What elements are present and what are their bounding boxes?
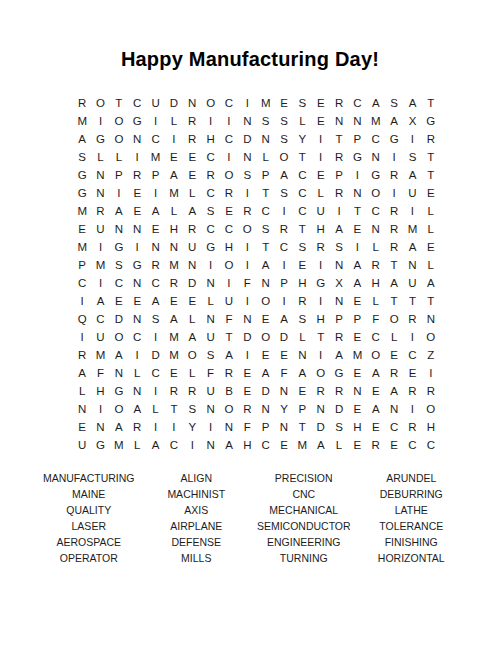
grid-cell: C xyxy=(293,184,311,202)
grid-cell: E xyxy=(238,382,256,400)
word-item: AIRPLANE xyxy=(143,518,251,534)
grid-cell: U xyxy=(183,238,201,256)
grid-cell: G xyxy=(110,382,128,400)
grid-cell: A xyxy=(110,202,128,220)
grid-cell: C xyxy=(422,436,440,454)
grid-cell: H xyxy=(312,220,330,238)
grid-cell: A xyxy=(110,418,128,436)
grid-cell: I xyxy=(312,148,330,166)
grid-cell: E xyxy=(275,436,293,454)
grid-cell: E xyxy=(348,436,366,454)
grid-cell: S xyxy=(403,148,421,166)
grid-cell: G xyxy=(330,364,348,382)
grid-cell: N xyxy=(330,256,348,274)
grid-cell: F xyxy=(275,364,293,382)
grid-cell: O xyxy=(183,346,201,364)
grid-cell: H xyxy=(422,418,440,436)
grid-cell: M xyxy=(293,436,311,454)
grid-cell: O xyxy=(91,94,109,112)
grid-cell: A xyxy=(128,400,146,418)
grid-cell: H xyxy=(220,238,238,256)
grid-cell: N xyxy=(238,310,256,328)
grid-cell: D xyxy=(165,94,183,112)
grid-cell: I xyxy=(91,400,109,418)
grid-cell: O xyxy=(312,364,330,382)
grid-cell: H xyxy=(293,274,311,292)
grid-cell: N xyxy=(403,256,421,274)
grid-cell: C xyxy=(201,148,219,166)
grid-cell: N xyxy=(385,400,403,418)
grid-cell: S xyxy=(293,238,311,256)
grid-cell: C xyxy=(165,436,183,454)
grid-cell: L xyxy=(367,292,385,310)
grid-cell: O xyxy=(275,148,293,166)
grid-cell: A xyxy=(403,238,421,256)
grid-cell: N xyxy=(201,274,219,292)
grid-cell: P xyxy=(275,274,293,292)
grid-cell: U xyxy=(201,382,219,400)
grid-cell: E xyxy=(146,220,164,238)
grid-cell: I xyxy=(146,418,164,436)
grid-cell: N xyxy=(146,238,164,256)
grid-cell: X xyxy=(403,112,421,130)
grid-cell: M xyxy=(165,184,183,202)
grid-cell: O xyxy=(110,400,128,418)
grid-cell: I xyxy=(348,166,366,184)
grid-cell: G xyxy=(128,256,146,274)
grid-cell: G xyxy=(312,274,330,292)
grid-cell: E xyxy=(183,292,201,310)
grid-cell: N xyxy=(128,130,146,148)
grid-cell: N xyxy=(91,184,109,202)
grid-cell: F xyxy=(238,418,256,436)
grid-cell: M xyxy=(146,148,164,166)
grid-cell: I xyxy=(146,382,164,400)
grid-cell: H xyxy=(367,274,385,292)
grid-cell: G xyxy=(73,166,91,184)
grid-cell: T xyxy=(312,328,330,346)
grid-cell: I xyxy=(91,238,109,256)
grid-cell: E xyxy=(367,418,385,436)
grid-cell: R xyxy=(91,202,109,220)
grid-cell: N xyxy=(422,310,440,328)
grid-cell: A xyxy=(385,274,403,292)
grid-cell: I xyxy=(128,148,146,166)
grid-cell: D xyxy=(146,346,164,364)
word-item: MANUFACTURING xyxy=(35,470,143,486)
grid-cell: I xyxy=(312,292,330,310)
grid-cell: I xyxy=(220,148,238,166)
grid-cell: L xyxy=(385,328,403,346)
grid-cell: T xyxy=(220,328,238,346)
grid-cell: R xyxy=(403,310,421,328)
grid-cell: E xyxy=(367,382,385,400)
word-item: FINISHING xyxy=(358,534,466,550)
grid-cell: C xyxy=(367,202,385,220)
grid-cell: E xyxy=(348,328,366,346)
grid-cell: L xyxy=(165,112,183,130)
grid-cell: C xyxy=(110,274,128,292)
grid-cell: L xyxy=(91,148,109,166)
word-list: MANUFACTURINGMAINEQUALITYLASERAEROSPACEO… xyxy=(35,470,465,566)
grid-cell: I xyxy=(403,202,421,220)
grid-cell: C xyxy=(293,166,311,184)
grid-cell: O xyxy=(110,112,128,130)
grid-cell: M xyxy=(91,346,109,364)
grid-cell: A xyxy=(330,346,348,364)
grid-cell: M xyxy=(165,256,183,274)
grid-cell: I xyxy=(312,256,330,274)
grid-cell: I xyxy=(183,436,201,454)
grid-cell: C xyxy=(73,274,91,292)
grid-cell: L xyxy=(183,184,201,202)
grid-cell: E xyxy=(385,436,403,454)
word-item: DEFENSE xyxy=(143,534,251,550)
grid-cell: N xyxy=(201,400,219,418)
grid-cell: U xyxy=(91,328,109,346)
grid-cell: C xyxy=(146,364,164,382)
grid-cell: E xyxy=(128,292,146,310)
grid-cell: D xyxy=(110,310,128,328)
word-list-column-2: ALIGNMACHINISTAXISAIRPLANEDEFENSEMILLS xyxy=(143,470,251,566)
grid-cell: R xyxy=(330,328,348,346)
grid-cell: I xyxy=(422,364,440,382)
grid-cell: N xyxy=(220,418,238,436)
grid-cell: E xyxy=(183,166,201,184)
word-item: ARUNDEL xyxy=(358,470,466,486)
grid-cell: E xyxy=(183,148,201,166)
grid-cell: O xyxy=(385,310,403,328)
grid-cell: L xyxy=(330,436,348,454)
grid-cell: N xyxy=(165,238,183,256)
word-item: MILLS xyxy=(143,550,251,566)
grid-cell: E xyxy=(312,112,330,130)
grid-cell: G xyxy=(91,436,109,454)
grid-cell: I xyxy=(312,130,330,148)
grid-cell: C xyxy=(257,436,275,454)
grid-cell: C xyxy=(385,418,403,436)
grid-cell: E xyxy=(257,346,275,364)
grid-cell: R xyxy=(385,166,403,184)
grid-cell: S xyxy=(385,94,403,112)
grid-cell: N xyxy=(367,220,385,238)
grid-cell: I xyxy=(128,238,146,256)
grid-cell: S xyxy=(330,418,348,436)
grid-cell: M xyxy=(403,220,421,238)
grid-cell: I xyxy=(73,292,91,310)
grid-cell: O xyxy=(201,94,219,112)
grid-cell: N xyxy=(348,382,366,400)
grid-cell: I xyxy=(275,202,293,220)
grid-cell: N xyxy=(238,112,256,130)
grid-cell: R xyxy=(183,112,201,130)
grid-cell: L xyxy=(165,202,183,220)
grid-cell: A xyxy=(183,328,201,346)
grid-cell: T xyxy=(293,148,311,166)
grid-cell: S xyxy=(201,346,219,364)
grid-cell: T xyxy=(422,94,440,112)
grid-cell: I xyxy=(238,292,256,310)
grid-cell: N xyxy=(91,418,109,436)
grid-cell: O xyxy=(110,328,128,346)
grid-cell: I xyxy=(146,112,164,130)
grid-cell: R xyxy=(73,94,91,112)
grid-cell: C xyxy=(220,220,238,238)
grid-cell: S xyxy=(257,112,275,130)
grid-cell: A xyxy=(385,112,403,130)
grid-cell: P xyxy=(330,310,348,328)
grid-cell: A xyxy=(165,310,183,328)
grid-cell: L xyxy=(201,292,219,310)
grid-cell: E xyxy=(275,94,293,112)
grid-cell: E xyxy=(220,202,238,220)
grid-cell: I xyxy=(403,130,421,148)
word-item: PRECISION xyxy=(250,470,358,486)
grid-cell: C xyxy=(367,328,385,346)
grid-cell: R xyxy=(403,382,421,400)
grid-cell: O xyxy=(220,400,238,418)
grid-cell: S xyxy=(275,130,293,148)
grid-cell: I xyxy=(238,256,256,274)
grid-cell: L xyxy=(367,238,385,256)
grid-cell: R xyxy=(330,148,348,166)
grid-cell: F xyxy=(201,364,219,382)
word-item: HORIZONTAL xyxy=(358,550,466,566)
word-search-grid: ROTCUDNOCIMESERCASATMIOGILRIINSSLENNMAXG… xyxy=(73,94,440,454)
grid-cell: C xyxy=(128,328,146,346)
grid-cell: M xyxy=(257,94,275,112)
grid-cell: H xyxy=(348,418,366,436)
grid-cell: I xyxy=(275,292,293,310)
grid-cell: I xyxy=(201,112,219,130)
grid-cell: C xyxy=(348,94,366,112)
grid-cell: P xyxy=(257,166,275,184)
grid-cell: A xyxy=(257,364,275,382)
grid-cell: E xyxy=(293,382,311,400)
grid-cell: D xyxy=(257,382,275,400)
grid-cell: Y xyxy=(275,400,293,418)
grid-cell: A xyxy=(275,310,293,328)
grid-cell: P xyxy=(257,418,275,436)
grid-cell: I xyxy=(220,112,238,130)
word-list-column-3: PRECISIONCNCMECHANICALSEMICONDUCTORENGIN… xyxy=(250,470,358,566)
grid-cell: T xyxy=(422,148,440,166)
grid-cell: R xyxy=(403,418,421,436)
grid-cell: E xyxy=(312,94,330,112)
grid-cell: A xyxy=(165,166,183,184)
grid-cell: P xyxy=(330,166,348,184)
word-item: TOLERANCE xyxy=(358,518,466,534)
grid-cell: L xyxy=(128,364,146,382)
word-item: AEROSPACE xyxy=(35,534,143,550)
grid-cell: L xyxy=(146,400,164,418)
grid-cell: R xyxy=(367,256,385,274)
grid-cell: E xyxy=(73,220,91,238)
grid-cell: A xyxy=(348,274,366,292)
grid-cell: R xyxy=(330,382,348,400)
grid-cell: N xyxy=(128,274,146,292)
grid-cell: L xyxy=(73,382,91,400)
grid-cell: N xyxy=(128,220,146,238)
grid-cell: C xyxy=(220,130,238,148)
grid-cell: D xyxy=(312,418,330,436)
grid-cell: U xyxy=(312,202,330,220)
grid-cell: C xyxy=(367,130,385,148)
grid-cell: R xyxy=(422,130,440,148)
grid-cell: T xyxy=(257,184,275,202)
grid-cell: R xyxy=(183,220,201,238)
grid-cell: N xyxy=(73,400,91,418)
worksheet-page: Happy Manufacturing Day! ROTCUDNOCIMESER… xyxy=(0,0,500,647)
grid-cell: R xyxy=(238,400,256,418)
grid-cell: P xyxy=(110,166,128,184)
grid-cell: S xyxy=(110,256,128,274)
grid-cell: E xyxy=(385,346,403,364)
grid-cell: A xyxy=(293,364,311,382)
grid-cell: F xyxy=(367,310,385,328)
grid-cell: C xyxy=(91,310,109,328)
grid-cell: E xyxy=(257,310,275,328)
word-item: SEMICONDUCTOR xyxy=(250,518,358,534)
grid-cell: R xyxy=(385,364,403,382)
grid-cell: R xyxy=(201,166,219,184)
word-item: AXIS xyxy=(143,502,251,518)
grid-cell: H xyxy=(201,130,219,148)
puzzle-title: Happy Manufacturing Day! xyxy=(0,48,500,71)
grid-cell: I xyxy=(348,238,366,256)
grid-cell: I xyxy=(403,400,421,418)
grid-cell: R xyxy=(385,238,403,256)
grid-cell: R xyxy=(183,382,201,400)
grid-cell: O xyxy=(220,256,238,274)
grid-cell: I xyxy=(165,418,183,436)
grid-cell: C xyxy=(403,346,421,364)
grid-cell: R xyxy=(183,130,201,148)
grid-cell: I xyxy=(312,346,330,364)
grid-cell: O xyxy=(110,130,128,148)
grid-cell: T xyxy=(403,292,421,310)
grid-cell: E xyxy=(293,256,311,274)
grid-cell: L xyxy=(293,328,311,346)
grid-cell: N xyxy=(91,166,109,184)
grid-cell: A xyxy=(183,202,201,220)
grid-cell: T xyxy=(257,238,275,256)
grid-cell: A xyxy=(257,256,275,274)
grid-cell: A xyxy=(367,400,385,418)
grid-cell: G xyxy=(385,130,403,148)
grid-cell: L xyxy=(422,256,440,274)
grid-cell: R xyxy=(367,436,385,454)
grid-cell: M xyxy=(165,346,183,364)
grid-cell: C xyxy=(146,274,164,292)
grid-cell: R xyxy=(73,346,91,364)
grid-cell: S xyxy=(293,94,311,112)
grid-cell: N xyxy=(201,310,219,328)
grid-cell: B xyxy=(220,382,238,400)
grid-cell: T xyxy=(330,130,348,148)
grid-cell: N xyxy=(128,310,146,328)
grid-cell: L xyxy=(128,436,146,454)
grid-cell: P xyxy=(348,130,366,148)
grid-cell: I xyxy=(146,184,164,202)
word-item: CNC xyxy=(250,486,358,502)
grid-cell: E xyxy=(312,166,330,184)
grid-cell: P xyxy=(146,166,164,184)
word-item: MACHINIST xyxy=(143,486,251,502)
grid-cell: E xyxy=(348,400,366,418)
grid-cell: L xyxy=(422,220,440,238)
grid-cell: I xyxy=(110,184,128,202)
grid-cell: N xyxy=(367,148,385,166)
grid-cell: N xyxy=(312,400,330,418)
word-item: TURNING xyxy=(250,550,358,566)
grid-cell: T xyxy=(293,220,311,238)
grid-cell: R xyxy=(128,166,146,184)
grid-cell: E xyxy=(165,364,183,382)
grid-cell: I xyxy=(385,148,403,166)
grid-cell: T xyxy=(165,400,183,418)
grid-cell: M xyxy=(73,112,91,130)
grid-cell: N xyxy=(238,148,256,166)
word-item: ALIGN xyxy=(143,470,251,486)
grid-cell: I xyxy=(73,328,91,346)
grid-cell: A xyxy=(275,166,293,184)
grid-cell: R xyxy=(330,94,348,112)
grid-cell: R xyxy=(165,382,183,400)
grid-cell: G xyxy=(367,166,385,184)
grid-cell: E xyxy=(403,364,421,382)
grid-cell: R xyxy=(238,202,256,220)
grid-cell: F xyxy=(91,364,109,382)
grid-cell: U xyxy=(403,274,421,292)
grid-cell: S xyxy=(330,238,348,256)
grid-cell: S xyxy=(293,310,311,328)
grid-cell: F xyxy=(220,310,238,328)
grid-cell: C xyxy=(128,94,146,112)
grid-cell: D xyxy=(330,400,348,418)
grid-cell: M xyxy=(348,346,366,364)
grid-cell: T xyxy=(110,94,128,112)
grid-cell: A xyxy=(403,166,421,184)
word-item: LATHE xyxy=(358,502,466,518)
grid-cell: N xyxy=(293,346,311,364)
grid-cell: N xyxy=(110,364,128,382)
grid-cell: A xyxy=(73,130,91,148)
grid-cell: L xyxy=(183,364,201,382)
grid-cell: N xyxy=(330,112,348,130)
grid-cell: I xyxy=(238,184,256,202)
word-list-column-1: MANUFACTURINGMAINEQUALITYLASERAEROSPACEO… xyxy=(35,470,143,566)
grid-cell: O xyxy=(422,328,440,346)
grid-cell: O xyxy=(422,400,440,418)
grid-cell: R xyxy=(220,364,238,382)
grid-cell: I xyxy=(91,112,109,130)
grid-cell: E xyxy=(165,292,183,310)
grid-cell: L xyxy=(422,202,440,220)
grid-cell: I xyxy=(385,184,403,202)
grid-cell: H xyxy=(238,436,256,454)
grid-cell: P xyxy=(348,310,366,328)
grid-cell: G xyxy=(348,148,366,166)
grid-cell: M xyxy=(91,256,109,274)
grid-cell: S xyxy=(257,220,275,238)
grid-cell: E xyxy=(348,364,366,382)
grid-cell: A xyxy=(110,346,128,364)
grid-cell: A xyxy=(220,346,238,364)
grid-cell: E xyxy=(348,292,366,310)
grid-cell: Q xyxy=(73,310,91,328)
grid-cell: L xyxy=(293,112,311,130)
